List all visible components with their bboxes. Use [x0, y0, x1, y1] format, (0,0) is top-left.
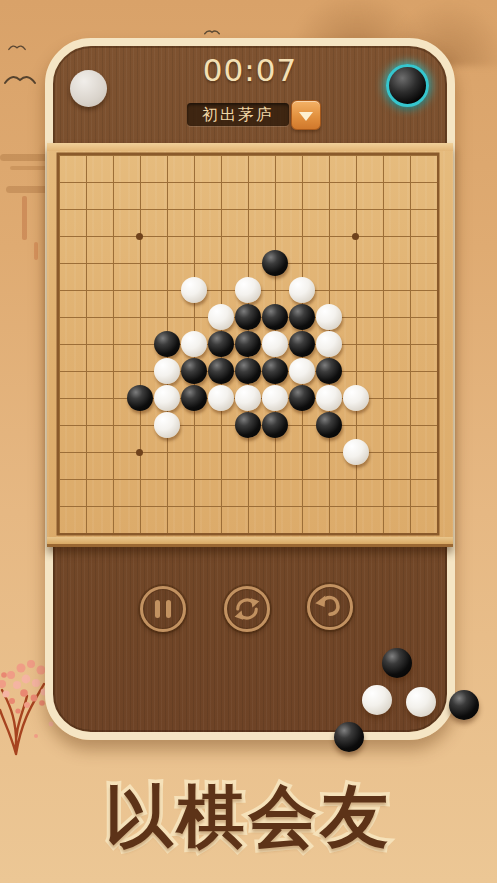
- board-panel: [47, 143, 453, 547]
- board-cell[interactable]: [396, 196, 423, 223]
- board-cell[interactable]: [315, 493, 342, 520]
- board-cell[interactable]: [207, 358, 234, 385]
- board-cell[interactable]: [315, 466, 342, 493]
- white-stone: [316, 331, 342, 357]
- board-cell[interactable]: [369, 439, 396, 466]
- white-stone: [181, 331, 207, 357]
- white-stone: [343, 439, 369, 465]
- black-stone: [316, 358, 342, 384]
- board-cell[interactable]: [423, 520, 450, 547]
- board-cell[interactable]: [369, 196, 396, 223]
- board-cell[interactable]: [342, 466, 369, 493]
- board-cell[interactable]: [396, 250, 423, 277]
- board-cell[interactable]: [45, 385, 72, 412]
- board-cell[interactable]: [180, 142, 207, 169]
- board-cell[interactable]: [369, 277, 396, 304]
- board-cell[interactable]: [126, 169, 153, 196]
- board-cell[interactable]: [99, 493, 126, 520]
- black-stone: [208, 331, 234, 357]
- board-cell[interactable]: [72, 277, 99, 304]
- board-cell[interactable]: [288, 196, 315, 223]
- decor-white-stone: [406, 687, 436, 717]
- board-cell[interactable]: [126, 493, 153, 520]
- board-cell[interactable]: [234, 466, 261, 493]
- board-cell[interactable]: [396, 142, 423, 169]
- board-cell[interactable]: [72, 196, 99, 223]
- white-stone: [235, 277, 261, 303]
- board-cell[interactable]: [126, 223, 153, 250]
- board-cell[interactable]: [315, 439, 342, 466]
- board-cell[interactable]: [126, 385, 153, 412]
- board-cell[interactable]: [72, 223, 99, 250]
- board-cell[interactable]: [180, 358, 207, 385]
- bird-icon: [4, 72, 36, 86]
- board-cell[interactable]: [72, 358, 99, 385]
- board-cell[interactable]: [261, 142, 288, 169]
- board-cell[interactable]: [234, 277, 261, 304]
- board-cell[interactable]: [423, 304, 450, 331]
- board-cell[interactable]: [45, 412, 72, 439]
- board-cell[interactable]: [342, 520, 369, 547]
- difficulty-label: 初出茅庐: [202, 106, 274, 123]
- board-cell[interactable]: [261, 385, 288, 412]
- board-cell[interactable]: [99, 142, 126, 169]
- board-cell[interactable]: [153, 520, 180, 547]
- board-cell[interactable]: [342, 277, 369, 304]
- board-cell[interactable]: [180, 277, 207, 304]
- board-cell[interactable]: [126, 196, 153, 223]
- black-stone: [235, 358, 261, 384]
- board-cell[interactable]: [180, 331, 207, 358]
- undo-button[interactable]: [307, 584, 353, 630]
- board-cell[interactable]: [126, 142, 153, 169]
- board-cell[interactable]: [315, 304, 342, 331]
- board-cell[interactable]: [261, 493, 288, 520]
- white-stone: [343, 385, 369, 411]
- board-cell[interactable]: [126, 304, 153, 331]
- board-cell[interactable]: [180, 196, 207, 223]
- board-cell[interactable]: [342, 412, 369, 439]
- board-cell[interactable]: [180, 466, 207, 493]
- board-cell[interactable]: [72, 304, 99, 331]
- board-cell[interactable]: [288, 466, 315, 493]
- white-stone: [154, 358, 180, 384]
- board-cell[interactable]: [153, 385, 180, 412]
- board-cell[interactable]: [342, 304, 369, 331]
- game-panel: 00:07 初出茅庐: [45, 38, 455, 740]
- black-stone: [235, 304, 261, 330]
- board-cell[interactable]: [126, 439, 153, 466]
- board-cell[interactable]: [423, 358, 450, 385]
- board-cell[interactable]: [234, 304, 261, 331]
- board-cell[interactable]: [315, 142, 342, 169]
- white-stone: [316, 304, 342, 330]
- board-cell[interactable]: [99, 358, 126, 385]
- difficulty-dropdown[interactable]: 初出茅庐: [187, 103, 289, 126]
- board-cell[interactable]: [234, 358, 261, 385]
- board-cell[interactable]: [234, 223, 261, 250]
- white-player-avatar: [70, 70, 107, 107]
- board-cell[interactable]: [45, 493, 72, 520]
- board-cell[interactable]: [99, 223, 126, 250]
- chevron-down-icon: [299, 112, 313, 121]
- board-cell[interactable]: [423, 331, 450, 358]
- board-cell[interactable]: [396, 169, 423, 196]
- board-cell[interactable]: [396, 304, 423, 331]
- black-stone: [181, 358, 207, 384]
- board-cell[interactable]: [126, 250, 153, 277]
- board-cell[interactable]: [423, 169, 450, 196]
- board-cell[interactable]: [207, 223, 234, 250]
- board-cell[interactable]: [423, 277, 450, 304]
- white-stone: [262, 385, 288, 411]
- board-cell[interactable]: [342, 385, 369, 412]
- board-cell[interactable]: [234, 439, 261, 466]
- board-cell[interactable]: [288, 250, 315, 277]
- black-stone: [127, 385, 153, 411]
- board-cell[interactable]: [315, 520, 342, 547]
- board-grid[interactable]: [59, 155, 437, 533]
- board-cell[interactable]: [153, 223, 180, 250]
- board-cell[interactable]: [180, 223, 207, 250]
- board-cell[interactable]: [288, 304, 315, 331]
- board-cell[interactable]: [72, 466, 99, 493]
- white-stone: [154, 412, 180, 438]
- board-cell[interactable]: [153, 250, 180, 277]
- black-stone: [208, 358, 234, 384]
- black-stone: [262, 250, 288, 276]
- board-cell[interactable]: [342, 196, 369, 223]
- board-cell[interactable]: [234, 493, 261, 520]
- board-cell[interactable]: [396, 439, 423, 466]
- black-stone: [154, 331, 180, 357]
- white-stone: [235, 385, 261, 411]
- board-cell[interactable]: [261, 520, 288, 547]
- board-cell[interactable]: [99, 439, 126, 466]
- black-stone: [289, 304, 315, 330]
- board-cell[interactable]: [423, 493, 450, 520]
- board-cell[interactable]: [126, 412, 153, 439]
- board-cell[interactable]: [207, 412, 234, 439]
- board-cell[interactable]: [261, 223, 288, 250]
- board-cell[interactable]: [99, 331, 126, 358]
- board-cell[interactable]: [207, 169, 234, 196]
- board-cell[interactable]: [288, 385, 315, 412]
- board-cell[interactable]: [207, 520, 234, 547]
- board-cell[interactable]: [234, 331, 261, 358]
- board-cell[interactable]: [342, 250, 369, 277]
- board-cell[interactable]: [207, 331, 234, 358]
- board-cell[interactable]: [207, 466, 234, 493]
- board-cell[interactable]: [369, 223, 396, 250]
- white-stone: [289, 358, 315, 384]
- board-cell[interactable]: [153, 412, 180, 439]
- board-cell[interactable]: [396, 466, 423, 493]
- app-title-banner: 以棋会友: [0, 772, 497, 863]
- board-cell[interactable]: [369, 250, 396, 277]
- board-cell[interactable]: [423, 196, 450, 223]
- white-stone: [262, 331, 288, 357]
- board-cell[interactable]: [396, 412, 423, 439]
- decor-black-stone: [449, 690, 479, 720]
- board-cell[interactable]: [288, 277, 315, 304]
- board-cell[interactable]: [180, 169, 207, 196]
- board-cell[interactable]: [342, 223, 369, 250]
- board-cell[interactable]: [45, 331, 72, 358]
- board-cell[interactable]: [261, 439, 288, 466]
- board-cell[interactable]: [423, 466, 450, 493]
- white-stone: [316, 385, 342, 411]
- bird-icon: [8, 42, 26, 52]
- board-cell[interactable]: [45, 466, 72, 493]
- board-cell[interactable]: [396, 331, 423, 358]
- restart-icon: [230, 592, 264, 626]
- board-cell[interactable]: [342, 439, 369, 466]
- difficulty-dropdown-button[interactable]: [291, 100, 321, 130]
- board-cell[interactable]: [180, 304, 207, 331]
- board-cell[interactable]: [369, 520, 396, 547]
- board-cell[interactable]: [99, 250, 126, 277]
- board-cell[interactable]: [369, 385, 396, 412]
- board-cell[interactable]: [261, 277, 288, 304]
- board-intersections: [45, 142, 450, 547]
- black-stone: [289, 385, 315, 411]
- pause-icon: [155, 600, 171, 618]
- board-cell[interactable]: [153, 358, 180, 385]
- board-cell[interactable]: [423, 385, 450, 412]
- board-cell[interactable]: [423, 223, 450, 250]
- board-cell[interactable]: [72, 493, 99, 520]
- board-cell[interactable]: [369, 466, 396, 493]
- black-stone: [289, 331, 315, 357]
- board-cell[interactable]: [45, 520, 72, 547]
- board-cell[interactable]: [207, 493, 234, 520]
- board-cell[interactable]: [288, 439, 315, 466]
- board-cell[interactable]: [234, 412, 261, 439]
- board-cell[interactable]: [153, 169, 180, 196]
- controls-bar: [53, 586, 447, 636]
- board-cell[interactable]: [261, 196, 288, 223]
- board-cell[interactable]: [288, 412, 315, 439]
- board-cell[interactable]: [72, 331, 99, 358]
- board-cell[interactable]: [45, 439, 72, 466]
- board-cell[interactable]: [99, 412, 126, 439]
- white-stone: [208, 304, 234, 330]
- board-cell[interactable]: [423, 412, 450, 439]
- board-cell[interactable]: [423, 250, 450, 277]
- board-cell[interactable]: [261, 250, 288, 277]
- board-cell[interactable]: [72, 250, 99, 277]
- restart-button[interactable]: [224, 586, 270, 632]
- board-cell[interactable]: [72, 520, 99, 547]
- board-cell[interactable]: [126, 466, 153, 493]
- board-cell[interactable]: [99, 520, 126, 547]
- board-cell[interactable]: [72, 439, 99, 466]
- board-cell[interactable]: [72, 142, 99, 169]
- board-cell[interactable]: [153, 277, 180, 304]
- board-cell[interactable]: [72, 385, 99, 412]
- board-cell[interactable]: [234, 385, 261, 412]
- board-cell[interactable]: [315, 331, 342, 358]
- board-cell[interactable]: [45, 304, 72, 331]
- board-cell[interactable]: [180, 412, 207, 439]
- board-cell[interactable]: [180, 520, 207, 547]
- board-cell[interactable]: [315, 250, 342, 277]
- board-cell[interactable]: [180, 250, 207, 277]
- board-cell[interactable]: [396, 223, 423, 250]
- board-cell[interactable]: [207, 304, 234, 331]
- board-cell[interactable]: [369, 304, 396, 331]
- board-cell[interactable]: [234, 142, 261, 169]
- board-cell[interactable]: [180, 493, 207, 520]
- board-cell[interactable]: [207, 250, 234, 277]
- board-cell[interactable]: [207, 385, 234, 412]
- black-stone: [316, 412, 342, 438]
- board-cell[interactable]: [45, 358, 72, 385]
- board-cell[interactable]: [315, 223, 342, 250]
- board-cell[interactable]: [369, 493, 396, 520]
- board-cell[interactable]: [234, 169, 261, 196]
- board-cell[interactable]: [207, 196, 234, 223]
- board-cell[interactable]: [261, 169, 288, 196]
- decor-black-stone: [334, 722, 364, 752]
- board-cell[interactable]: [396, 385, 423, 412]
- undo-icon: [313, 590, 347, 624]
- white-stone: [289, 277, 315, 303]
- white-stone: [181, 277, 207, 303]
- board-cell[interactable]: [288, 169, 315, 196]
- white-stone: [208, 385, 234, 411]
- black-stone: [181, 385, 207, 411]
- board-cell[interactable]: [261, 304, 288, 331]
- board-cell[interactable]: [126, 277, 153, 304]
- decor-black-stone: [382, 648, 412, 678]
- board-cell[interactable]: [234, 520, 261, 547]
- black-stone: [235, 331, 261, 357]
- board-cell[interactable]: [396, 277, 423, 304]
- board-cell[interactable]: [153, 196, 180, 223]
- board-cell[interactable]: [315, 277, 342, 304]
- board-cell[interactable]: [288, 358, 315, 385]
- board-cell[interactable]: [99, 169, 126, 196]
- board-cell[interactable]: [261, 358, 288, 385]
- board-cell[interactable]: [288, 142, 315, 169]
- board-cell[interactable]: [369, 331, 396, 358]
- black-player-avatar-active: [386, 64, 429, 107]
- board-cell[interactable]: [153, 331, 180, 358]
- board-cell[interactable]: [153, 493, 180, 520]
- board-cell[interactable]: [396, 358, 423, 385]
- board-cell[interactable]: [396, 493, 423, 520]
- board-cell[interactable]: [45, 142, 72, 169]
- board-cell[interactable]: [99, 277, 126, 304]
- board-cell[interactable]: [45, 223, 72, 250]
- board-cell[interactable]: [126, 358, 153, 385]
- board-cell[interactable]: [288, 493, 315, 520]
- board-cell[interactable]: [99, 466, 126, 493]
- board-cell[interactable]: [99, 385, 126, 412]
- board-cell[interactable]: [369, 412, 396, 439]
- board-cell[interactable]: [315, 196, 342, 223]
- board-cell[interactable]: [45, 169, 72, 196]
- board-cell[interactable]: [180, 385, 207, 412]
- board-cell[interactable]: [207, 277, 234, 304]
- board-cell[interactable]: [99, 304, 126, 331]
- board-cell[interactable]: [288, 223, 315, 250]
- black-stone: [262, 304, 288, 330]
- board-cell[interactable]: [261, 466, 288, 493]
- board-cell[interactable]: [342, 493, 369, 520]
- board-cell[interactable]: [72, 412, 99, 439]
- board-cell[interactable]: [315, 358, 342, 385]
- board-cell[interactable]: [342, 358, 369, 385]
- board-cell[interactable]: [396, 520, 423, 547]
- black-stone: [262, 412, 288, 438]
- board-cell[interactable]: [153, 142, 180, 169]
- board-cell[interactable]: [126, 331, 153, 358]
- board-cell[interactable]: [234, 196, 261, 223]
- board-cell[interactable]: [126, 520, 153, 547]
- board-cell[interactable]: [207, 142, 234, 169]
- board-cell[interactable]: [153, 439, 180, 466]
- board-cell[interactable]: [342, 142, 369, 169]
- board-cell[interactable]: [72, 169, 99, 196]
- board-cell[interactable]: [342, 169, 369, 196]
- board-cell[interactable]: [45, 196, 72, 223]
- board-cell[interactable]: [261, 412, 288, 439]
- black-stone: [262, 358, 288, 384]
- decor-white-stone: [362, 685, 392, 715]
- board-cell[interactable]: [234, 250, 261, 277]
- board-cell[interactable]: [423, 439, 450, 466]
- pause-button[interactable]: [140, 586, 186, 632]
- board-cell[interactable]: [45, 250, 72, 277]
- board-cell[interactable]: [315, 169, 342, 196]
- board-cell[interactable]: [45, 277, 72, 304]
- board-cell[interactable]: [315, 385, 342, 412]
- board-cell[interactable]: [261, 331, 288, 358]
- board-cell[interactable]: [423, 142, 450, 169]
- board-cell[interactable]: [99, 196, 126, 223]
- board-cell[interactable]: [207, 439, 234, 466]
- board-cell[interactable]: [369, 142, 396, 169]
- white-stone: [154, 385, 180, 411]
- board-cell[interactable]: [153, 304, 180, 331]
- board-cell[interactable]: [369, 358, 396, 385]
- bird-icon: [204, 27, 220, 36]
- app-screen: 00:07 初出茅庐: [0, 0, 497, 883]
- board-cell[interactable]: [342, 331, 369, 358]
- board-cell[interactable]: [288, 520, 315, 547]
- black-stone: [235, 412, 261, 438]
- board-cell[interactable]: [315, 412, 342, 439]
- board-cell[interactable]: [153, 466, 180, 493]
- board-cell[interactable]: [288, 331, 315, 358]
- board-cell[interactable]: [369, 169, 396, 196]
- board-cell[interactable]: [180, 439, 207, 466]
